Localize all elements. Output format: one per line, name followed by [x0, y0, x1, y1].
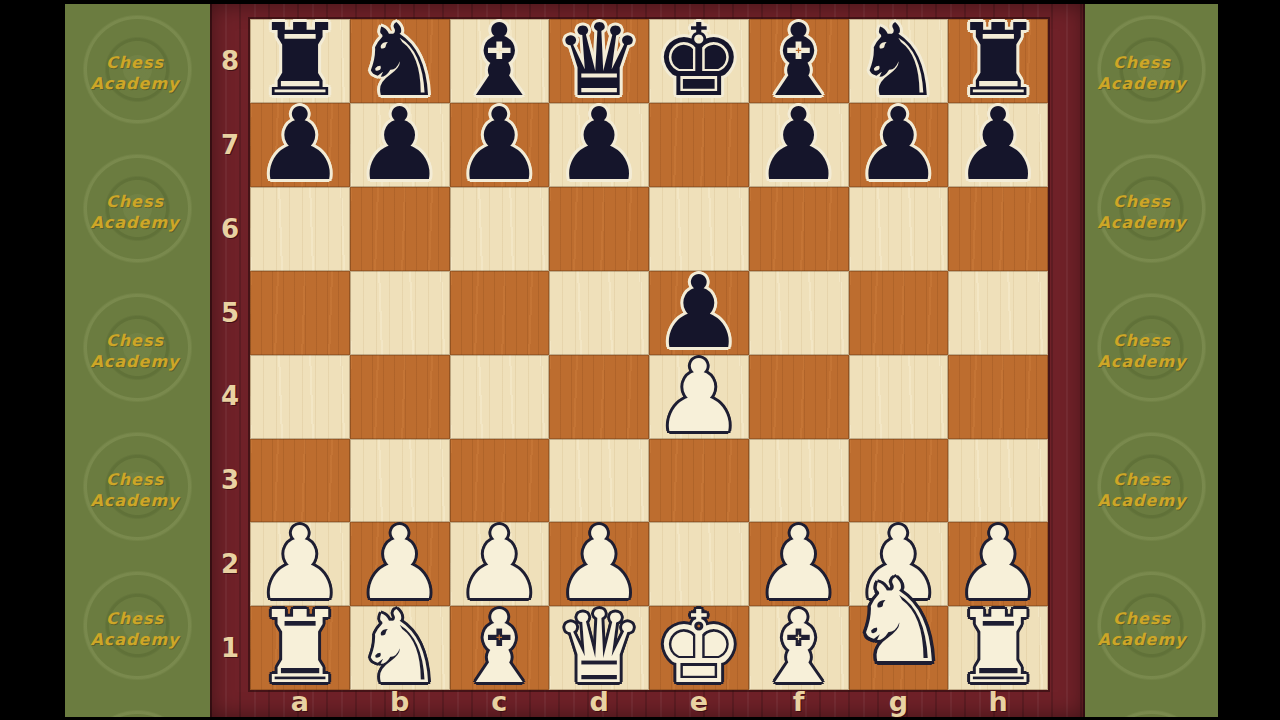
square-g4[interactable]	[849, 355, 949, 439]
black-pawn-h7[interactable]: ♟	[953, 103, 1043, 187]
watermark-line: Academy	[75, 490, 195, 511]
watermark-line: Chess	[75, 330, 195, 351]
square-e4[interactable]: ♟	[649, 355, 749, 439]
file-label-g: g	[849, 688, 949, 715]
watermark-line: Chess	[1082, 469, 1202, 490]
watermark-line: Chess	[75, 52, 195, 73]
white-bishop-f1[interactable]: ♝	[754, 606, 844, 690]
rank-label-8: 8	[210, 19, 250, 103]
watermark-line: Chess	[1082, 52, 1202, 73]
right-watermark-panel: ChessAcademyChessAcademyChessAcademyChes…	[1085, 4, 1218, 717]
black-king-e8[interactable]: ♚	[654, 19, 744, 103]
chess-board: ♜♞♝♛♚♝♞♜♟♟♟♟♟♟♟♟♟♟♟♟♟♟♟♟♜♞♝♛♚♝♞♜	[250, 19, 1048, 690]
black-pawn-c7[interactable]: ♟	[455, 103, 545, 187]
watermark-line: Chess	[75, 191, 195, 212]
black-pawn-g7[interactable]: ♟	[854, 103, 944, 187]
square-h1[interactable]: ♜	[948, 606, 1048, 690]
chess-academy-screen: ChessAcademyChessAcademyChessAcademyChes…	[0, 0, 1280, 720]
black-pawn-b7[interactable]: ♟	[355, 103, 445, 187]
square-h5[interactable]	[948, 271, 1048, 355]
square-c5[interactable]	[450, 271, 550, 355]
square-g1[interactable]: ♞	[849, 606, 949, 690]
watermark-line: Academy	[1082, 212, 1202, 233]
watermark-line: Academy	[75, 212, 195, 233]
watermark-line: Chess	[1082, 330, 1202, 351]
square-b5[interactable]	[350, 271, 450, 355]
watermark-chess-academy: ChessAcademy	[75, 191, 195, 233]
square-h4[interactable]	[948, 355, 1048, 439]
watermark-line: Chess	[1082, 608, 1202, 629]
watermark-chess-academy: ChessAcademy	[75, 52, 195, 94]
watermark-chess-academy: ChessAcademy	[1082, 52, 1202, 94]
square-b4[interactable]	[350, 355, 450, 439]
watermark-line: Chess	[1082, 191, 1202, 212]
black-pawn-a7[interactable]: ♟	[255, 103, 345, 187]
rank-labels: 87654321	[210, 19, 250, 690]
watermark-chess-academy: ChessAcademy	[1082, 191, 1202, 233]
square-d4[interactable]	[549, 355, 649, 439]
square-d1[interactable]: ♛	[549, 606, 649, 690]
square-f7[interactable]: ♟	[749, 103, 849, 187]
white-knight-b1[interactable]: ♞	[355, 606, 445, 690]
rank-label-7: 7	[210, 103, 250, 187]
rank-label-1: 1	[210, 606, 250, 690]
square-f1[interactable]: ♝	[749, 606, 849, 690]
square-a1[interactable]: ♜	[250, 606, 350, 690]
square-d5[interactable]	[549, 271, 649, 355]
watermark-chess-academy: ChessAcademy	[75, 469, 195, 511]
square-d7[interactable]: ♟	[549, 103, 649, 187]
rank-label-2: 2	[210, 522, 250, 606]
left-watermark-panel: ChessAcademyChessAcademyChessAcademyChes…	[65, 4, 210, 717]
square-g5[interactable]	[849, 271, 949, 355]
square-e1[interactable]: ♚	[649, 606, 749, 690]
square-a7[interactable]: ♟	[250, 103, 350, 187]
watermark-chess-academy: ChessAcademy	[75, 608, 195, 650]
black-pawn-f7[interactable]: ♟	[754, 103, 844, 187]
white-king-e1[interactable]: ♚	[654, 606, 744, 690]
square-g7[interactable]: ♟	[849, 103, 949, 187]
square-f5[interactable]	[749, 271, 849, 355]
rank-label-6: 6	[210, 187, 250, 271]
watermark-line: Chess	[75, 469, 195, 490]
square-h7[interactable]: ♟	[948, 103, 1048, 187]
watermark-chess-academy: ChessAcademy	[1082, 469, 1202, 511]
square-e8[interactable]: ♚	[649, 19, 749, 103]
black-pawn-d7[interactable]: ♟	[554, 103, 644, 187]
square-a5[interactable]	[250, 271, 350, 355]
square-c1[interactable]: ♝	[450, 606, 550, 690]
square-c7[interactable]: ♟	[450, 103, 550, 187]
watermark-line: Chess	[75, 608, 195, 629]
watermark-chess-academy: ChessAcademy	[1082, 608, 1202, 650]
watermark-line: Academy	[1082, 629, 1202, 650]
watermark-line: Academy	[75, 73, 195, 94]
watermark-chess-academy: ChessAcademy	[75, 330, 195, 372]
watermark-line: Academy	[1082, 351, 1202, 372]
white-bishop-c1[interactable]: ♝	[455, 606, 545, 690]
white-rook-h1[interactable]: ♜	[953, 606, 1043, 690]
white-queen-d1[interactable]: ♛	[554, 606, 644, 690]
white-rook-a1[interactable]: ♜	[255, 606, 345, 690]
watermark-line: Academy	[75, 629, 195, 650]
white-knight-g1[interactable]: ♞	[847, 574, 950, 671]
watermark-line: Academy	[75, 351, 195, 372]
rank-label-4: 4	[210, 355, 250, 439]
rank-label-3: 3	[210, 438, 250, 522]
rank-label-5: 5	[210, 271, 250, 355]
watermark-line: Academy	[1082, 73, 1202, 94]
square-b7[interactable]: ♟	[350, 103, 450, 187]
white-pawn-e4[interactable]: ♟	[654, 355, 744, 439]
watermark-chess-academy: ChessAcademy	[1082, 330, 1202, 372]
square-a4[interactable]	[250, 355, 350, 439]
square-c4[interactable]	[450, 355, 550, 439]
watermark-line: Academy	[1082, 490, 1202, 511]
square-b1[interactable]: ♞	[350, 606, 450, 690]
square-f4[interactable]	[749, 355, 849, 439]
